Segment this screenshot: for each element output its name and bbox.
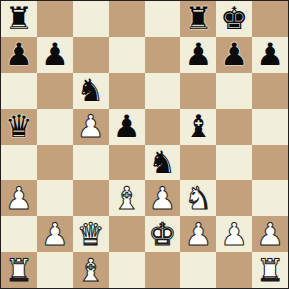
square-e6[interactable] bbox=[145, 73, 181, 109]
square-b1[interactable] bbox=[37, 252, 73, 288]
square-g8[interactable]: ♚ bbox=[216, 1, 252, 37]
square-h3[interactable] bbox=[252, 180, 288, 216]
square-g6[interactable] bbox=[216, 73, 252, 109]
black-rook-icon: ♜ bbox=[5, 3, 33, 34]
square-c1[interactable]: ♝ bbox=[73, 252, 109, 288]
square-f8[interactable]: ♜ bbox=[180, 1, 216, 37]
square-d1[interactable] bbox=[109, 252, 145, 288]
square-b3[interactable] bbox=[37, 180, 73, 216]
square-a6[interactable] bbox=[1, 73, 37, 109]
square-c3[interactable] bbox=[73, 180, 109, 216]
square-b4[interactable] bbox=[37, 145, 73, 181]
square-h8[interactable] bbox=[252, 1, 288, 37]
square-a2[interactable] bbox=[1, 216, 37, 252]
square-b7[interactable]: ♟ bbox=[37, 37, 73, 73]
square-c2[interactable]: ♛ bbox=[73, 216, 109, 252]
square-g5[interactable] bbox=[216, 109, 252, 145]
square-d4[interactable] bbox=[109, 145, 145, 181]
white-bishop-icon: ♝ bbox=[113, 183, 141, 214]
square-b6[interactable] bbox=[37, 73, 73, 109]
square-h2[interactable]: ♟ bbox=[252, 216, 288, 252]
square-a5[interactable]: ♛ bbox=[1, 109, 37, 145]
square-f3[interactable]: ♞ bbox=[180, 180, 216, 216]
square-g3[interactable] bbox=[216, 180, 252, 216]
square-g1[interactable] bbox=[216, 252, 252, 288]
white-knight-icon: ♞ bbox=[184, 183, 212, 214]
black-pawn-icon: ♟ bbox=[41, 39, 69, 70]
square-c8[interactable] bbox=[73, 1, 109, 37]
square-b5[interactable] bbox=[37, 109, 73, 145]
square-e1[interactable] bbox=[145, 252, 181, 288]
square-a3[interactable]: ♟ bbox=[1, 180, 37, 216]
white-pawn-icon: ♟ bbox=[220, 219, 248, 250]
square-d6[interactable] bbox=[109, 73, 145, 109]
square-g7[interactable]: ♟ bbox=[216, 37, 252, 73]
chessboard-container: ♜♜♚♟♟♟♟♟♞♛♟♟♝♞♟♝♟♞♟♛♚♟♟♟♜♝♜ bbox=[0, 0, 289, 289]
square-f1[interactable] bbox=[180, 252, 216, 288]
square-h1[interactable]: ♜ bbox=[252, 252, 288, 288]
square-b2[interactable]: ♟ bbox=[37, 216, 73, 252]
white-bishop-icon: ♝ bbox=[77, 255, 105, 286]
square-g4[interactable] bbox=[216, 145, 252, 181]
white-rook-icon: ♜ bbox=[5, 255, 33, 286]
black-bishop-icon: ♝ bbox=[184, 111, 212, 142]
black-knight-icon: ♞ bbox=[77, 75, 105, 106]
square-c7[interactable] bbox=[73, 37, 109, 73]
white-queen-icon: ♛ bbox=[77, 219, 105, 250]
square-a7[interactable]: ♟ bbox=[1, 37, 37, 73]
square-h7[interactable]: ♟ bbox=[252, 37, 288, 73]
square-e4[interactable]: ♞ bbox=[145, 145, 181, 181]
square-h5[interactable] bbox=[252, 109, 288, 145]
black-knight-icon: ♞ bbox=[149, 147, 177, 178]
square-h4[interactable] bbox=[252, 145, 288, 181]
square-b8[interactable] bbox=[37, 1, 73, 37]
square-e5[interactable] bbox=[145, 109, 181, 145]
black-king-icon: ♚ bbox=[220, 3, 248, 34]
white-pawn-icon: ♟ bbox=[184, 219, 212, 250]
square-c4[interactable] bbox=[73, 145, 109, 181]
white-rook-icon: ♜ bbox=[256, 255, 284, 286]
square-c5[interactable]: ♟ bbox=[73, 109, 109, 145]
square-e2[interactable]: ♚ bbox=[145, 216, 181, 252]
white-pawn-icon: ♟ bbox=[41, 219, 69, 250]
square-a8[interactable]: ♜ bbox=[1, 1, 37, 37]
square-f2[interactable]: ♟ bbox=[180, 216, 216, 252]
square-h6[interactable] bbox=[252, 73, 288, 109]
square-c6[interactable]: ♞ bbox=[73, 73, 109, 109]
black-pawn-icon: ♟ bbox=[5, 39, 33, 70]
chess-board: ♜♜♚♟♟♟♟♟♞♛♟♟♝♞♟♝♟♞♟♛♚♟♟♟♜♝♜ bbox=[0, 0, 289, 289]
square-d3[interactable]: ♝ bbox=[109, 180, 145, 216]
black-pawn-icon: ♟ bbox=[256, 39, 284, 70]
square-f5[interactable]: ♝ bbox=[180, 109, 216, 145]
black-pawn-icon: ♟ bbox=[113, 111, 141, 142]
square-f6[interactable] bbox=[180, 73, 216, 109]
square-a4[interactable] bbox=[1, 145, 37, 181]
black-pawn-icon: ♟ bbox=[184, 39, 212, 70]
square-d2[interactable] bbox=[109, 216, 145, 252]
white-pawn-icon: ♟ bbox=[256, 219, 284, 250]
white-king-icon: ♚ bbox=[149, 219, 177, 250]
black-pawn-icon: ♟ bbox=[220, 39, 248, 70]
square-e3[interactable]: ♟ bbox=[145, 180, 181, 216]
white-pawn-icon: ♟ bbox=[149, 183, 177, 214]
white-pawn-icon: ♟ bbox=[77, 111, 105, 142]
square-f4[interactable] bbox=[180, 145, 216, 181]
square-a1[interactable]: ♜ bbox=[1, 252, 37, 288]
black-queen-icon: ♛ bbox=[5, 111, 33, 142]
square-d5[interactable]: ♟ bbox=[109, 109, 145, 145]
square-g2[interactable]: ♟ bbox=[216, 216, 252, 252]
square-e8[interactable] bbox=[145, 1, 181, 37]
white-pawn-icon: ♟ bbox=[5, 183, 33, 214]
square-d8[interactable] bbox=[109, 1, 145, 37]
square-f7[interactable]: ♟ bbox=[180, 37, 216, 73]
square-d7[interactable] bbox=[109, 37, 145, 73]
black-rook-icon: ♜ bbox=[184, 3, 212, 34]
square-e7[interactable] bbox=[145, 37, 181, 73]
